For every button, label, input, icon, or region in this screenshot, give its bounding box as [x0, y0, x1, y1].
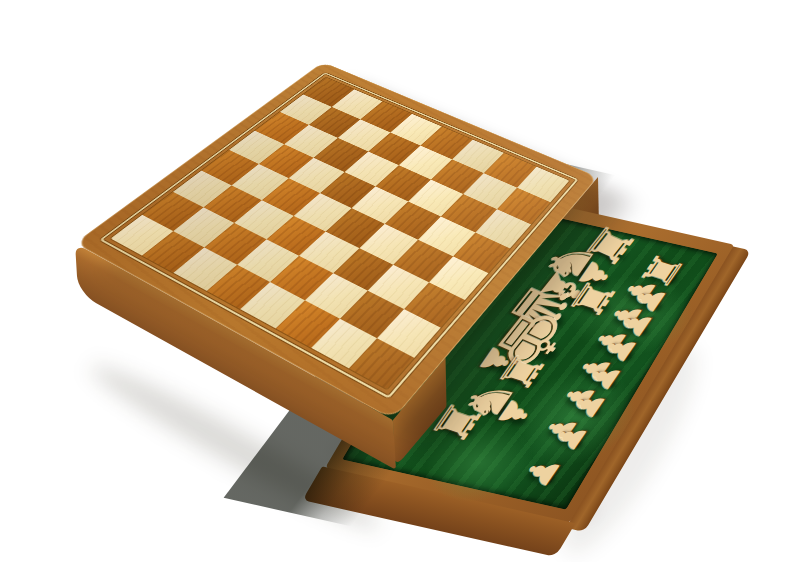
- product-photo-scene: ♜♞♟♜♝♜♟♟♛♟♟♚♟♟♟♜♟♟♞♟♟♟♜♟♟♟: [0, 0, 800, 562]
- drawer-piece-pawn: ♟: [516, 452, 567, 492]
